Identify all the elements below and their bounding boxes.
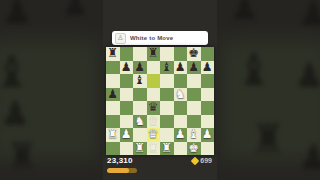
black-pawn-b7[interactable]: ♟	[120, 61, 134, 75]
background-pawn-silhouette: ♟	[298, 140, 320, 174]
background-pawn-silhouette: ♟	[0, 96, 30, 130]
background-pawn-silhouette: ♟	[230, 0, 259, 24]
square-a6[interactable]	[106, 74, 120, 88]
square-a4[interactable]	[106, 101, 120, 115]
square-e5[interactable]	[160, 88, 174, 102]
app-screen: ♟♟♝♟♜♟♟♝♟♜♟ ♙ White to Move ♜♜♚♟♟♝♟♟♟♝♟♞…	[0, 0, 320, 180]
square-b6[interactable]	[120, 74, 134, 88]
square-c2[interactable]	[133, 128, 147, 142]
square-b5[interactable]	[120, 88, 134, 102]
white-rook-a2[interactable]: ♜	[106, 128, 120, 142]
puzzle-score: 23,310	[107, 156, 133, 165]
background-bishop-silhouette: ♝	[0, 50, 31, 94]
background-rook-silhouette: ♜	[250, 118, 286, 158]
square-a1[interactable]	[106, 142, 120, 156]
square-e8[interactable]	[160, 47, 174, 61]
white-pawn-b2[interactable]: ♟	[120, 128, 134, 142]
background-bishop-silhouette: ♝	[234, 48, 273, 92]
background-pawn-silhouette: ♟	[298, 0, 320, 30]
square-g5[interactable]	[187, 88, 201, 102]
square-g4[interactable]	[187, 101, 201, 115]
square-h1[interactable]	[201, 142, 215, 156]
ghost-white-queen-d3: ♛	[147, 115, 161, 129]
white-pawn-h2[interactable]: ♟	[201, 128, 215, 142]
square-h5[interactable]	[201, 88, 215, 102]
white-king-g1[interactable]: ♚	[187, 142, 201, 156]
background-pawn-silhouette: ♟	[2, 0, 32, 28]
progress-bar-fill	[107, 168, 129, 173]
white-pawn-icon: ♙	[115, 33, 126, 44]
square-h4[interactable]	[201, 101, 215, 115]
square-d6[interactable]	[147, 74, 161, 88]
square-c8[interactable]	[133, 47, 147, 61]
square-h3[interactable]	[201, 115, 215, 129]
square-b4[interactable]	[120, 101, 134, 115]
black-rook-a8[interactable]: ♜	[106, 47, 120, 61]
square-c4[interactable]	[133, 101, 147, 115]
square-e6[interactable]	[160, 74, 174, 88]
gem-counter-button[interactable]: 699	[192, 157, 212, 164]
white-knight-f5[interactable]: ♞	[174, 88, 188, 102]
square-c5[interactable]	[133, 88, 147, 102]
black-pawn-c7[interactable]: ♟	[133, 61, 147, 75]
square-b1[interactable]	[120, 142, 134, 156]
black-bishop-e7[interactable]: ♝	[160, 61, 174, 75]
white-rook-c1[interactable]: ♜	[133, 142, 147, 156]
gem-icon	[191, 156, 199, 164]
turn-banner: ♙ White to Move	[112, 31, 208, 45]
square-e2[interactable]	[160, 128, 174, 142]
square-b8[interactable]	[120, 47, 134, 61]
gem-count: 699	[200, 157, 212, 164]
square-a7[interactable]	[106, 61, 120, 75]
background-pawn-silhouette: ♟	[62, 0, 89, 20]
black-bishop-c6[interactable]: ♝	[133, 74, 147, 88]
black-queen-d4[interactable]: ♛	[147, 101, 161, 115]
square-h8[interactable]	[201, 47, 215, 61]
white-pawn-f2[interactable]: ♟	[174, 128, 188, 142]
black-rook-d8[interactable]: ♜	[147, 47, 161, 61]
black-pawn-g7[interactable]: ♟	[187, 61, 201, 75]
background-rook-silhouette: ♜	[6, 138, 38, 174]
black-king-g8[interactable]: ♚	[187, 47, 201, 61]
square-e3[interactable]	[160, 115, 174, 129]
turn-banner-label: White to Move	[130, 35, 173, 41]
white-queen-d2[interactable]: ♛	[147, 128, 161, 142]
white-bishop-g2[interactable]: ♝	[187, 128, 201, 142]
black-pawn-f7[interactable]: ♟	[174, 61, 188, 75]
square-f1[interactable]	[174, 142, 188, 156]
square-d5[interactable]	[147, 88, 161, 102]
black-pawn-h7[interactable]: ♟	[201, 61, 215, 75]
square-g3[interactable]	[187, 115, 201, 129]
square-f6[interactable]	[174, 74, 188, 88]
square-d7[interactable]	[147, 61, 161, 75]
square-f3[interactable]	[174, 115, 188, 129]
background-pawn-silhouette: ♟	[294, 58, 320, 92]
white-knight-c3[interactable]: ♞	[133, 115, 147, 129]
square-b3[interactable]	[120, 115, 134, 129]
square-f8[interactable]	[174, 47, 188, 61]
progress-bar	[107, 168, 137, 173]
black-pawn-a5[interactable]: ♟	[106, 88, 120, 102]
square-h6[interactable]	[201, 74, 215, 88]
square-f4[interactable]	[174, 101, 188, 115]
square-a3[interactable]	[106, 115, 120, 129]
white-rook-e1[interactable]: ♜	[160, 142, 174, 156]
square-e4[interactable]	[160, 101, 174, 115]
ghost-white-rook-d1: ♜	[147, 142, 161, 156]
square-g6[interactable]	[187, 74, 201, 88]
